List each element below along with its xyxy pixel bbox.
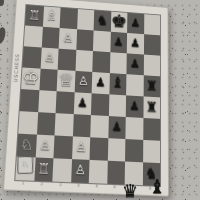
square-f6[interactable]: ♟ [108, 116, 126, 139]
square-e4[interactable]: ♟ [73, 92, 91, 115]
board-grid: ♖♗♞♚♟♙♟♟♙♟♔♕♙♟♝♜♟♟♜♟♘♙♙♖♙♞ [14, 4, 161, 187]
square-b6[interactable]: ♟ [110, 32, 127, 54]
square-d2[interactable] [39, 69, 58, 92]
square-d4[interactable]: ♙ [74, 71, 92, 93]
square-a2[interactable]: ♗ [42, 6, 60, 28]
piece-white-pawn-d4[interactable]: ♙ [78, 75, 89, 87]
piece-black-pawn-b7[interactable]: ♟ [130, 37, 140, 49]
square-d5[interactable]: ♟ [92, 72, 110, 94]
piece-black-pawn-b6[interactable]: ♟ [113, 36, 124, 48]
square-h3[interactable] [52, 158, 71, 182]
square-d3[interactable]: ♕ [57, 70, 75, 93]
square-e2[interactable] [38, 90, 57, 113]
edge-label-1: 1 [22, 180, 25, 185]
square-f3[interactable] [55, 113, 74, 136]
piece-white-king-d1[interactable]: ♔ [22, 67, 40, 87]
piece-black-pawn-f6[interactable]: ♟ [111, 120, 122, 133]
edge-label-3: 3 [59, 182, 62, 187]
edge-label-6: 6 [113, 184, 116, 189]
square-g1[interactable]: ♘ [17, 134, 37, 158]
captured-piece-black-queen[interactable]: ♛ [122, 182, 138, 200]
photo-background: ♖♗♞♚♟♙♟♟♙♟♔♕♙♟♝♜♟♟♜♟♘♙♙♖♙♞ USCHESS ♘ 123… [0, 0, 200, 200]
piece-white-pawn-c2[interactable]: ♙ [44, 52, 55, 64]
square-f1[interactable] [18, 111, 37, 134]
square-e3[interactable] [56, 91, 75, 114]
edge-label-4: 4 [77, 183, 80, 188]
square-e7[interactable]: ♟ [126, 95, 143, 118]
square-a4[interactable] [77, 9, 95, 30]
square-c8[interactable] [143, 55, 160, 77]
background-smudge [0, 26, 7, 44]
square-c5[interactable] [92, 51, 110, 73]
square-e1[interactable] [20, 89, 39, 112]
square-g8[interactable] [143, 140, 160, 163]
us-chess-logo-crest: ♘ [17, 156, 33, 174]
square-c6[interactable] [109, 52, 126, 74]
edge-label-5: 5 [95, 183, 98, 188]
square-c4[interactable] [75, 50, 93, 72]
square-a1[interactable]: ♖ [25, 5, 43, 27]
square-h4[interactable]: ♙ [71, 159, 90, 183]
square-f2[interactable] [36, 112, 55, 135]
square-b7[interactable]: ♟ [127, 33, 144, 55]
square-g4[interactable]: ♙ [72, 136, 91, 160]
square-a3[interactable] [60, 8, 78, 30]
square-e8[interactable]: ♜ [143, 96, 160, 118]
piece-black-knight-a5[interactable]: ♞ [96, 13, 108, 27]
piece-white-knight-g1[interactable]: ♘ [20, 137, 34, 152]
square-b3[interactable]: ♙ [59, 28, 77, 50]
piece-black-pawn-e4[interactable]: ♟ [77, 96, 88, 109]
square-a7[interactable]: ♟ [127, 13, 144, 34]
piece-white-rook-h2[interactable]: ♖ [37, 161, 51, 176]
board-brand-text: USCHESS [12, 53, 20, 82]
square-g6[interactable] [107, 138, 125, 161]
square-d8[interactable]: ♜ [143, 75, 160, 97]
chess-board: ♖♗♞♚♟♙♟♟♙♟♔♕♙♟♝♜♟♟♜♟♘♙♙♖♙♞ USCHESS ♘ 123… [3, 0, 169, 197]
square-h2[interactable]: ♖ [34, 157, 54, 181]
square-b8[interactable] [143, 34, 160, 55]
piece-white-rook-a1[interactable]: ♖ [28, 8, 41, 22]
square-a5[interactable]: ♞ [94, 10, 111, 31]
square-f5[interactable] [90, 115, 108, 138]
piece-white-pawn-h4[interactable]: ♙ [74, 163, 86, 176]
square-b5[interactable] [93, 30, 110, 52]
piece-black-rook-e8[interactable]: ♜ [145, 99, 157, 113]
square-g2[interactable]: ♙ [35, 135, 54, 159]
square-d1[interactable]: ♔ [21, 67, 40, 90]
piece-black-rook-d8[interactable]: ♜ [146, 78, 158, 92]
piece-white-pawn-g2[interactable]: ♙ [39, 139, 51, 152]
square-b1[interactable] [24, 25, 43, 47]
square-f8[interactable] [143, 118, 160, 141]
captured-piece-black-bishop[interactable]: ♝ [149, 177, 166, 196]
square-e6[interactable] [108, 94, 126, 117]
square-g5[interactable] [90, 137, 108, 160]
square-e5[interactable] [91, 93, 109, 116]
square-f7[interactable] [125, 117, 143, 140]
piece-white-bishop-a2[interactable]: ♗ [45, 9, 59, 24]
square-b2[interactable] [41, 27, 59, 49]
piece-white-queen-d3[interactable]: ♕ [57, 70, 74, 89]
piece-white-pawn-g4[interactable]: ♙ [75, 141, 86, 154]
piece-black-bishop-d6[interactable]: ♝ [111, 75, 124, 90]
square-a6[interactable]: ♚ [110, 12, 127, 33]
square-g3[interactable] [53, 135, 72, 159]
edge-label-2: 2 [40, 181, 43, 186]
piece-black-pawn-e7[interactable]: ♟ [129, 100, 140, 112]
square-c2[interactable]: ♙ [40, 47, 59, 69]
piece-black-king-a6[interactable]: ♚ [111, 12, 128, 31]
piece-black-pawn-a7[interactable]: ♟ [130, 17, 140, 29]
piece-black-pawn-c7[interactable]: ♟ [130, 57, 140, 69]
square-f4[interactable] [72, 114, 90, 137]
square-d6[interactable]: ♝ [109, 73, 127, 95]
background-smudge [0, 0, 4, 6]
square-b4[interactable] [76, 29, 94, 51]
square-d7[interactable] [126, 74, 143, 96]
square-h5[interactable] [89, 160, 108, 184]
square-g7[interactable] [125, 139, 143, 162]
piece-white-pawn-b3[interactable]: ♙ [62, 32, 73, 44]
piece-black-pawn-d5[interactable]: ♟ [95, 76, 106, 88]
square-c7[interactable]: ♟ [126, 53, 143, 75]
square-a8[interactable] [144, 14, 160, 35]
